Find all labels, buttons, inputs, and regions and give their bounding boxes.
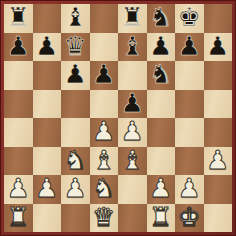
black-pawn-piece[interactable]: ♟: [149, 33, 172, 59]
square-g7[interactable]: ♟: [175, 33, 204, 62]
black-rook-piece[interactable]: ♜: [7, 4, 30, 30]
white-pawn-piece[interactable]: ♟: [35, 175, 58, 201]
white-bishop-piece[interactable]: ♝: [92, 147, 115, 173]
square-b5[interactable]: [33, 90, 62, 119]
square-c2[interactable]: ♟: [61, 175, 90, 204]
square-a6[interactable]: [4, 61, 33, 90]
white-pawn-piece[interactable]: ♟: [149, 175, 172, 201]
black-pawn-piece[interactable]: ♟: [64, 61, 87, 87]
square-e2[interactable]: [118, 175, 147, 204]
square-f3[interactable]: [147, 147, 176, 176]
square-h6[interactable]: [204, 61, 233, 90]
square-d4[interactable]: ♟: [90, 118, 119, 147]
square-g2[interactable]: ♟: [175, 175, 204, 204]
square-e4[interactable]: ♟: [118, 118, 147, 147]
black-rook-piece[interactable]: ♜: [121, 4, 144, 30]
square-c7[interactable]: ♛: [61, 33, 90, 62]
square-e8[interactable]: ♜: [118, 4, 147, 33]
square-d6[interactable]: ♟: [90, 61, 119, 90]
black-pawn-piece[interactable]: ♟: [121, 90, 144, 116]
square-f8[interactable]: ♞: [147, 4, 176, 33]
square-e3[interactable]: ♝: [118, 147, 147, 176]
black-bishop-piece[interactable]: ♝: [121, 33, 144, 59]
square-h4[interactable]: [204, 118, 233, 147]
white-knight-piece[interactable]: ♞: [64, 147, 87, 173]
square-f1[interactable]: ♜: [147, 204, 176, 233]
square-h2[interactable]: [204, 175, 233, 204]
white-bishop-piece[interactable]: ♝: [121, 147, 144, 173]
square-b6[interactable]: [33, 61, 62, 90]
square-e5[interactable]: ♟: [118, 90, 147, 119]
black-knight-piece[interactable]: ♞: [149, 61, 172, 87]
square-e6[interactable]: [118, 61, 147, 90]
square-b3[interactable]: [33, 147, 62, 176]
square-c5[interactable]: [61, 90, 90, 119]
square-g8[interactable]: ♚: [175, 4, 204, 33]
square-c1[interactable]: [61, 204, 90, 233]
square-g6[interactable]: [175, 61, 204, 90]
square-c4[interactable]: [61, 118, 90, 147]
square-a7[interactable]: ♟: [4, 33, 33, 62]
square-a4[interactable]: [4, 118, 33, 147]
square-f5[interactable]: [147, 90, 176, 119]
square-h7[interactable]: ♟: [204, 33, 233, 62]
square-c8[interactable]: ♝: [61, 4, 90, 33]
white-pawn-piece[interactable]: ♟: [178, 175, 201, 201]
board-frame: ♜♝♜♞♚♟♟♛♝♟♟♟♟♟♞♟♟♟♞♝♝♟♟♟♟♞♟♟♜♛♜♚: [0, 0, 236, 236]
square-g4[interactable]: [175, 118, 204, 147]
white-pawn-piece[interactable]: ♟: [92, 118, 115, 144]
square-b8[interactable]: [33, 4, 62, 33]
square-b1[interactable]: [33, 204, 62, 233]
white-rook-piece[interactable]: ♜: [7, 204, 30, 230]
black-pawn-piece[interactable]: ♟: [35, 33, 58, 59]
white-king-piece[interactable]: ♚: [178, 204, 201, 230]
white-pawn-piece[interactable]: ♟: [64, 175, 87, 201]
square-e7[interactable]: ♝: [118, 33, 147, 62]
square-h5[interactable]: [204, 90, 233, 119]
square-h1[interactable]: [204, 204, 233, 233]
square-h3[interactable]: ♟: [204, 147, 233, 176]
square-d3[interactable]: ♝: [90, 147, 119, 176]
black-pawn-piece[interactable]: ♟: [7, 33, 30, 59]
black-pawn-piece[interactable]: ♟: [92, 61, 115, 87]
square-d1[interactable]: ♛: [90, 204, 119, 233]
black-king-piece[interactable]: ♚: [178, 4, 201, 30]
square-d5[interactable]: [90, 90, 119, 119]
black-knight-piece[interactable]: ♞: [149, 4, 172, 30]
square-d7[interactable]: [90, 33, 119, 62]
square-d8[interactable]: [90, 4, 119, 33]
square-f6[interactable]: ♞: [147, 61, 176, 90]
white-knight-piece[interactable]: ♞: [92, 175, 115, 201]
black-pawn-piece[interactable]: ♟: [206, 33, 229, 59]
white-pawn-piece[interactable]: ♟: [206, 147, 229, 173]
square-a5[interactable]: [4, 90, 33, 119]
square-f7[interactable]: ♟: [147, 33, 176, 62]
square-a1[interactable]: ♜: [4, 204, 33, 233]
black-bishop-piece[interactable]: ♝: [64, 4, 87, 30]
square-g5[interactable]: [175, 90, 204, 119]
white-rook-piece[interactable]: ♜: [149, 204, 172, 230]
square-b4[interactable]: [33, 118, 62, 147]
square-c3[interactable]: ♞: [61, 147, 90, 176]
black-pawn-piece[interactable]: ♟: [178, 33, 201, 59]
square-h8[interactable]: [204, 4, 233, 33]
square-b7[interactable]: ♟: [33, 33, 62, 62]
square-a3[interactable]: [4, 147, 33, 176]
square-f4[interactable]: [147, 118, 176, 147]
square-g1[interactable]: ♚: [175, 204, 204, 233]
square-e1[interactable]: [118, 204, 147, 233]
black-queen-piece[interactable]: ♛: [64, 33, 87, 59]
white-pawn-piece[interactable]: ♟: [121, 118, 144, 144]
square-g3[interactable]: [175, 147, 204, 176]
white-pawn-piece[interactable]: ♟: [7, 175, 30, 201]
square-c6[interactable]: ♟: [61, 61, 90, 90]
white-queen-piece[interactable]: ♛: [92, 204, 115, 230]
square-b2[interactable]: ♟: [33, 175, 62, 204]
square-a2[interactable]: ♟: [4, 175, 33, 204]
square-f2[interactable]: ♟: [147, 175, 176, 204]
square-d2[interactable]: ♞: [90, 175, 119, 204]
square-a8[interactable]: ♜: [4, 4, 33, 33]
chess-board: ♜♝♜♞♚♟♟♛♝♟♟♟♟♟♞♟♟♟♞♝♝♟♟♟♟♞♟♟♜♛♜♚: [4, 4, 232, 232]
